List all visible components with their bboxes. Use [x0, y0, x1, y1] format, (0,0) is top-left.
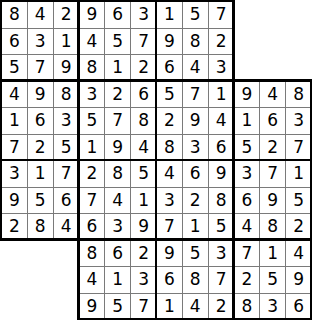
cell-r5c8: 9 [182, 107, 209, 135]
box-border-line [0, 159, 2, 188]
box-border-line [0, 79, 28, 82]
box-border-line [155, 238, 183, 241]
box-border-line [129, 238, 157, 241]
box-border-line [155, 26, 158, 55]
cell-r11c5: 1 [104, 266, 131, 294]
cell-r11c4: 4 [78, 266, 105, 294]
cell-r7c10: 3 [233, 160, 260, 188]
box-border-line [181, 79, 209, 82]
cell-r6c12: 7 [285, 134, 312, 162]
box-border-line [77, 106, 80, 135]
cell-r3c9: 3 [208, 54, 235, 82]
box-border-line [310, 238, 312, 267]
box-border-line [258, 79, 286, 82]
box-border-line [77, 132, 80, 161]
cell-r6c6: 4 [130, 134, 157, 162]
cell-r9c12: 2 [285, 213, 312, 241]
cell-r1c8: 5 [182, 1, 209, 29]
box-border-line [232, 238, 235, 267]
cell-r8c12: 5 [285, 187, 312, 215]
cell-r11c11: 5 [259, 266, 286, 294]
cell-r7c8: 6 [182, 160, 209, 188]
box-border-line [155, 185, 158, 214]
box-border-line [0, 0, 28, 2]
box-border-line [155, 238, 158, 267]
cell-r9c3: 4 [53, 213, 80, 241]
cell-r8c3: 6 [53, 187, 80, 215]
box-border-line [310, 291, 312, 320]
box-border-line [232, 265, 235, 294]
cell-r9c5: 3 [104, 213, 131, 241]
cell-r2c1: 6 [1, 28, 28, 56]
cell-r9c6: 9 [130, 213, 157, 241]
box-border-line [77, 159, 105, 162]
cell-r11c6: 3 [130, 266, 157, 294]
box-border-line [232, 238, 260, 241]
box-border-line [103, 0, 131, 2]
cell-r1c4: 9 [78, 1, 105, 29]
box-border-line [155, 53, 158, 82]
cell-r8c7: 3 [156, 187, 183, 215]
box-border-line [77, 238, 105, 241]
box-border-line [103, 238, 131, 241]
cell-r6c7: 8 [156, 134, 183, 162]
box-border-line [206, 238, 234, 241]
cell-r2c4: 4 [78, 28, 105, 56]
cell-r1c3: 2 [53, 1, 80, 29]
box-border-line [284, 79, 312, 82]
box-border-line [51, 159, 79, 162]
box-border-line [77, 79, 80, 108]
box-border-line [232, 53, 235, 82]
box-border-line [77, 53, 80, 82]
box-border-line [232, 106, 235, 135]
cell-r11c12: 9 [285, 266, 312, 294]
box-border-line [77, 0, 80, 29]
cell-r12c5: 5 [104, 293, 131, 320]
cell-r1c2: 4 [27, 1, 54, 29]
box-border-line [129, 159, 157, 162]
cell-r11c8: 8 [182, 266, 209, 294]
cell-r4c11: 4 [259, 81, 286, 109]
cell-r9c4: 6 [78, 213, 105, 241]
cell-r3c7: 6 [156, 54, 183, 82]
cell-r5c3: 3 [53, 107, 80, 135]
cell-r8c8: 2 [182, 187, 209, 215]
cell-r4c6: 6 [130, 81, 157, 109]
cell-r5c4: 5 [78, 107, 105, 135]
box-border-line [0, 185, 2, 214]
cell-r4c5: 2 [104, 81, 131, 109]
cell-r4c8: 7 [182, 81, 209, 109]
box-border-line [206, 159, 234, 162]
cell-r11c7: 6 [156, 266, 183, 294]
box-border-line [26, 79, 54, 82]
cell-r9c2: 8 [27, 213, 54, 241]
box-border-line [310, 265, 312, 294]
cell-r10c9: 3 [208, 240, 235, 268]
box-border-line [26, 238, 54, 241]
cell-r2c3: 1 [53, 28, 80, 56]
box-border-line [155, 79, 183, 82]
box-border-line [155, 212, 158, 241]
box-border-line [0, 53, 2, 82]
box-border-line [129, 79, 157, 82]
cell-r3c3: 9 [53, 54, 80, 82]
cell-r7c5: 8 [104, 160, 131, 188]
cell-r6c11: 2 [259, 134, 286, 162]
box-border-line [155, 159, 158, 188]
cell-r3c2: 7 [27, 54, 54, 82]
cell-r12c7: 1 [156, 293, 183, 320]
cell-r10c5: 6 [104, 240, 131, 268]
box-border-line [181, 0, 209, 2]
cell-r9c11: 8 [259, 213, 286, 241]
cell-r5c2: 6 [27, 107, 54, 135]
cell-r12c10: 8 [233, 293, 260, 320]
box-border-line [0, 106, 2, 135]
cell-r12c6: 7 [130, 293, 157, 320]
box-border-line [258, 159, 286, 162]
cell-r3c5: 1 [104, 54, 131, 82]
cell-r6c10: 5 [233, 134, 260, 162]
cell-r4c9: 1 [208, 81, 235, 109]
box-border-line [258, 238, 286, 241]
cell-r9c9: 5 [208, 213, 235, 241]
box-border-line [77, 212, 80, 241]
box-border-line [51, 0, 79, 2]
cell-r8c10: 6 [233, 187, 260, 215]
cell-r6c9: 6 [208, 134, 235, 162]
box-border-line [0, 26, 2, 55]
cell-r6c3: 5 [53, 134, 80, 162]
box-border-line [0, 79, 2, 108]
cell-r7c2: 1 [27, 160, 54, 188]
cell-r2c7: 9 [156, 28, 183, 56]
cell-r11c9: 7 [208, 266, 235, 294]
cell-r12c8: 4 [182, 293, 209, 320]
cell-r3c4: 8 [78, 54, 105, 82]
cell-r10c12: 4 [285, 240, 312, 268]
box-border-line [155, 265, 158, 294]
box-border-line [232, 132, 235, 161]
cell-r5c11: 6 [259, 107, 286, 135]
cell-r10c4: 8 [78, 240, 105, 268]
box-border-line [284, 159, 312, 162]
cell-r3c8: 4 [182, 54, 209, 82]
box-border-line [232, 26, 235, 55]
cell-r8c11: 9 [259, 187, 286, 215]
box-border-line [232, 291, 235, 320]
box-border-line [103, 159, 131, 162]
box-border-line [77, 0, 105, 2]
cell-r11c10: 2 [233, 266, 260, 294]
cell-r3c1: 5 [1, 54, 28, 82]
cell-r8c5: 4 [104, 187, 131, 215]
box-border-line [232, 159, 260, 162]
cell-r4c1: 4 [1, 81, 28, 109]
cell-r7c7: 4 [156, 160, 183, 188]
box-border-line [232, 79, 260, 82]
box-border-line [77, 26, 80, 55]
box-border-line [232, 212, 235, 241]
cell-r1c5: 6 [104, 1, 131, 29]
cell-r6c1: 7 [1, 134, 28, 162]
cell-r4c2: 9 [27, 81, 54, 109]
cell-r10c6: 2 [130, 240, 157, 268]
cell-r3c6: 2 [130, 54, 157, 82]
box-border-line [310, 79, 312, 108]
box-border-line [0, 212, 2, 241]
cell-r9c1: 2 [1, 213, 28, 241]
cell-r12c4: 9 [78, 293, 105, 320]
box-border-line [310, 212, 312, 241]
cell-r8c9: 8 [208, 187, 235, 215]
box-border-line [0, 159, 28, 162]
cell-r2c8: 8 [182, 28, 209, 56]
cell-r1c6: 3 [130, 1, 157, 29]
cell-r6c5: 9 [104, 134, 131, 162]
cell-r2c5: 5 [104, 28, 131, 56]
cell-r6c2: 2 [27, 134, 54, 162]
cell-r12c11: 3 [259, 293, 286, 320]
cell-r7c9: 9 [208, 160, 235, 188]
box-border-line [310, 185, 312, 214]
cell-r5c10: 1 [233, 107, 260, 135]
cell-r5c6: 8 [130, 107, 157, 135]
cell-r7c6: 5 [130, 160, 157, 188]
cell-r4c10: 9 [233, 81, 260, 109]
box-border-line [155, 0, 158, 29]
box-border-line [155, 0, 183, 2]
box-border-line [155, 159, 183, 162]
cell-r2c6: 7 [130, 28, 157, 56]
box-border-line [181, 159, 209, 162]
cell-r9c7: 7 [156, 213, 183, 241]
box-border-line [0, 0, 2, 29]
sudoku-board: 8429631576314579825798126434983265719481… [0, 0, 312, 320]
box-border-line [155, 79, 158, 108]
cell-r10c10: 7 [233, 240, 260, 268]
cell-r6c4: 1 [78, 134, 105, 162]
cell-r5c9: 4 [208, 107, 235, 135]
cell-r12c12: 6 [285, 293, 312, 320]
box-border-line [310, 106, 312, 135]
cell-r10c8: 5 [182, 240, 209, 268]
box-border-line [155, 132, 158, 161]
cell-r1c1: 8 [1, 1, 28, 29]
box-border-line [77, 79, 105, 82]
cell-r4c4: 3 [78, 81, 105, 109]
box-border-line [51, 238, 79, 241]
box-border-line [0, 132, 2, 161]
box-border-line [77, 238, 80, 267]
box-border-line [26, 0, 54, 2]
box-border-line [155, 106, 158, 135]
cell-r4c7: 5 [156, 81, 183, 109]
box-border-line [232, 0, 235, 29]
cell-r7c1: 3 [1, 160, 28, 188]
box-border-line [77, 291, 80, 320]
box-border-line [51, 79, 79, 82]
cell-r8c6: 1 [130, 187, 157, 215]
cell-r9c10: 4 [233, 213, 260, 241]
cell-r1c7: 1 [156, 1, 183, 29]
cell-r5c12: 3 [285, 107, 312, 135]
cell-r4c3: 8 [53, 81, 80, 109]
cell-r12c9: 2 [208, 293, 235, 320]
box-border-line [310, 132, 312, 161]
box-border-line [232, 185, 235, 214]
cell-r5c1: 1 [1, 107, 28, 135]
box-border-line [284, 238, 312, 241]
box-border-line [206, 79, 234, 82]
cell-r10c7: 9 [156, 240, 183, 268]
cell-r6c8: 3 [182, 134, 209, 162]
box-border-line [77, 159, 80, 188]
box-border-line [77, 265, 80, 294]
cell-r7c4: 2 [78, 160, 105, 188]
cell-r8c2: 5 [27, 187, 54, 215]
cell-r7c3: 7 [53, 160, 80, 188]
box-border-line [103, 79, 131, 82]
box-border-line [0, 238, 28, 241]
cell-r8c4: 7 [78, 187, 105, 215]
cell-r2c9: 2 [208, 28, 235, 56]
box-border-line [206, 0, 234, 2]
cell-r1c9: 7 [208, 1, 235, 29]
box-border-line [232, 79, 235, 108]
box-border-line [232, 159, 235, 188]
cell-r10c11: 1 [259, 240, 286, 268]
box-border-line [26, 159, 54, 162]
box-border-line [181, 238, 209, 241]
box-border-line [77, 185, 80, 214]
box-border-line [310, 159, 312, 188]
box-border-line [155, 291, 158, 320]
cell-r7c11: 7 [259, 160, 286, 188]
cell-r2c2: 3 [27, 28, 54, 56]
box-border-line [129, 0, 157, 2]
cell-r8c1: 9 [1, 187, 28, 215]
cell-r5c5: 7 [104, 107, 131, 135]
cell-r5c7: 2 [156, 107, 183, 135]
cell-r7c12: 1 [285, 160, 312, 188]
cell-r9c8: 1 [182, 213, 209, 241]
cell-r4c12: 8 [285, 81, 312, 109]
